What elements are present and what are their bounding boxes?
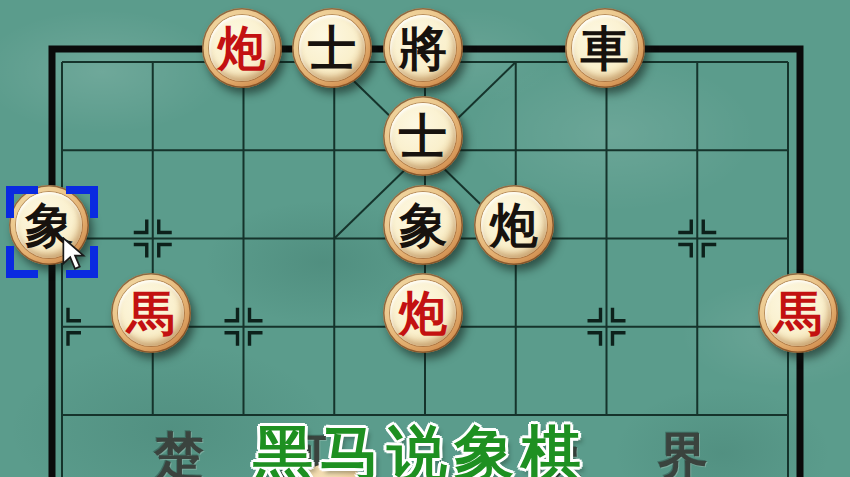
piece-black-general[interactable]: 將	[383, 8, 463, 88]
xiangqi-game-screen: 楚河漢界 炮士將車士象象炮馬炮馬 黑马说象棋	[0, 0, 850, 477]
selection-corner-top-right	[66, 186, 98, 218]
piece-glyph: 象	[383, 185, 463, 265]
piece-black-elephant[interactable]: 象	[383, 185, 463, 265]
piece-glyph: 馬	[111, 273, 191, 353]
selection-corner-top-left	[6, 186, 38, 218]
piece-red-horse[interactable]: 馬	[758, 273, 838, 353]
mouse-cursor-arrow	[62, 237, 88, 273]
piece-glyph: 士	[383, 96, 463, 176]
pieces-layer: 炮士將車士象象炮馬炮馬	[0, 0, 850, 477]
channel-watermark-text: 黑马说象棋	[253, 423, 588, 477]
piece-black-cannon[interactable]: 炮	[474, 185, 554, 265]
piece-red-horse[interactable]: 馬	[111, 273, 191, 353]
piece-glyph: 士	[292, 8, 372, 88]
selection-corner-bottom-left	[6, 246, 38, 278]
piece-black-advisor[interactable]: 士	[383, 96, 463, 176]
piece-glyph: 炮	[383, 273, 463, 353]
piece-glyph: 將	[383, 8, 463, 88]
piece-glyph: 炮	[474, 185, 554, 265]
piece-black-chariot[interactable]: 車	[565, 8, 645, 88]
piece-glyph: 炮	[202, 8, 282, 88]
piece-glyph: 馬	[758, 273, 838, 353]
piece-red-cannon[interactable]: 炮	[202, 8, 282, 88]
piece-black-advisor[interactable]: 士	[292, 8, 372, 88]
piece-red-cannon[interactable]: 炮	[383, 273, 463, 353]
piece-glyph: 車	[565, 8, 645, 88]
